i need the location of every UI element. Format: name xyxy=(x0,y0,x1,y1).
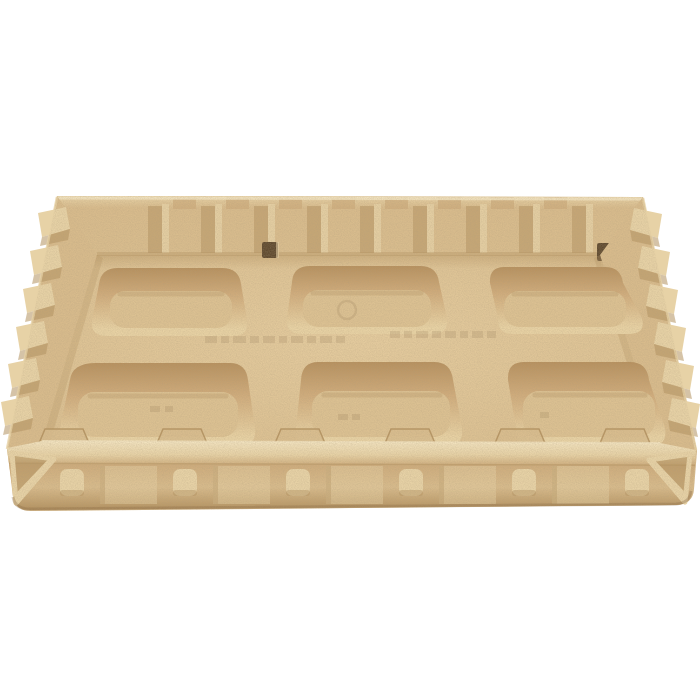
pulp-texture-overlay xyxy=(7,196,697,511)
product-photo: Product photo of an empty tan molded-pul… xyxy=(0,0,700,700)
pulp-tray-illustration xyxy=(0,0,700,700)
